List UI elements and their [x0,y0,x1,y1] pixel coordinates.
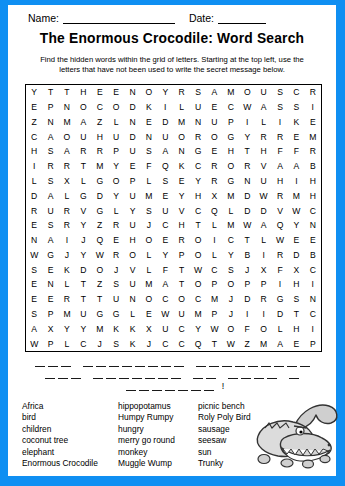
grid-cell-r4c8[interactable]: N [141,129,157,144]
grid-cell-r3c9[interactable]: D [157,115,173,130]
grid-cell-r8c7[interactable]: U [124,188,140,203]
grid-cell-r7c13[interactable]: G [223,174,239,189]
letter-blank[interactable] [261,358,271,367]
grid-cell-r9c3[interactable]: R [59,203,75,218]
letter-blank[interactable] [248,358,258,367]
grid-cell-r13c12[interactable]: C [206,262,222,277]
grid-cell-r18c13[interactable]: W [223,336,239,351]
grid-cell-r7c5[interactable]: G [92,174,108,189]
grid-cell-r2c8[interactable]: K [141,100,157,115]
grid-cell-r10c12[interactable]: L [206,218,222,233]
letter-blank[interactable] [287,358,297,367]
grid-cell-r7c3[interactable]: X [59,174,75,189]
grid-cell-r9c4[interactable]: V [75,203,91,218]
grid-cell-r9c10[interactable]: V [174,203,190,218]
grid-cell-r5c8[interactable]: S [141,144,157,159]
grid-cell-r18c10[interactable]: C [174,336,190,351]
grid-cell-r3c6[interactable]: L [108,115,124,130]
grid-cell-r17c14[interactable]: F [239,321,255,336]
grid-cell-r10c2[interactable]: S [42,218,58,233]
grid-cell-r7c10[interactable]: E [174,174,190,189]
grid-cell-r6c12[interactable]: R [206,159,222,174]
grid-cell-r15c18[interactable]: N [305,292,321,307]
grid-cell-r4c11[interactable]: R [190,129,206,144]
grid-cell-r7c17[interactable]: I [288,174,304,189]
grid-cell-r6c17[interactable]: A [288,159,304,174]
grid-cell-r4c17[interactable]: E [288,129,304,144]
letter-blank[interactable] [145,370,155,379]
grid-cell-r2c5[interactable]: C [92,100,108,115]
grid-cell-r4c6[interactable]: U [108,129,124,144]
grid-cell-r12c10[interactable]: P [174,248,190,263]
grid-cell-r12c3[interactable]: J [59,248,75,263]
grid-cell-r13c3[interactable]: K [59,262,75,277]
grid-cell-r1c2[interactable]: T [42,85,58,100]
grid-cell-r3c1[interactable]: Z [26,115,42,130]
grid-cell-r15c9[interactable]: C [157,292,173,307]
grid-cell-r1c12[interactable]: A [206,85,222,100]
grid-cell-r9c5[interactable]: G [92,203,108,218]
grid-cell-r4c14[interactable]: Y [239,129,255,144]
grid-cell-r4c1[interactable]: C [26,129,42,144]
grid-cell-r9c1[interactable]: R [26,203,42,218]
grid-cell-r2c11[interactable]: U [190,100,206,115]
grid-cell-r14c2[interactable]: N [42,277,58,292]
grid-cell-r1c15[interactable]: U [255,85,271,100]
grid-cell-r16c4[interactable]: U [75,307,91,322]
grid-cell-r10c8[interactable]: J [141,218,157,233]
grid-cell-r17c2[interactable]: X [42,321,58,336]
grid-cell-r6c10[interactable]: K [174,159,190,174]
grid-cell-r4c9[interactable]: U [157,129,173,144]
grid-cell-r10c6[interactable]: R [108,218,124,233]
grid-cell-r18c12[interactable]: T [206,336,222,351]
grid-cell-r12c13[interactable]: Y [223,248,239,263]
grid-cell-r12c7[interactable]: O [124,248,140,263]
grid-cell-r6c4[interactable]: T [75,159,91,174]
grid-cell-r9c17[interactable]: W [288,203,304,218]
letter-blank[interactable] [165,382,175,391]
grid-cell-r5c3[interactable]: A [59,144,75,159]
grid-cell-r13c2[interactable]: E [42,262,58,277]
grid-cell-r14c3[interactable]: L [59,277,75,292]
grid-cell-r14c8[interactable]: M [141,277,157,292]
grid-cell-r7c1[interactable]: L [26,174,42,189]
grid-cell-r16c16[interactable]: D [272,307,288,322]
grid-cell-r6c14[interactable]: R [239,159,255,174]
grid-cell-r11c9[interactable]: E [157,233,173,248]
grid-cell-r11c2[interactable]: A [42,233,58,248]
grid-cell-r13c18[interactable]: C [305,262,321,277]
grid-cell-r17c8[interactable]: X [141,321,157,336]
grid-cell-r1c13[interactable]: M [223,85,239,100]
grid-cell-r14c5[interactable]: Z [92,277,108,292]
grid-cell-r11c17[interactable]: E [288,233,304,248]
grid-cell-r8c1[interactable]: D [26,188,42,203]
grid-cell-r14c16[interactable]: I [272,277,288,292]
grid-cell-r10c4[interactable]: Y [75,218,91,233]
grid-cell-r1c10[interactable]: R [174,85,190,100]
grid-cell-r12c5[interactable]: W [92,248,108,263]
grid-cell-r9c14[interactable]: D [239,203,255,218]
grid-cell-r10c15[interactable]: A [255,218,271,233]
grid-cell-r15c15[interactable]: R [255,292,271,307]
grid-cell-r10c13[interactable]: M [223,218,239,233]
grid-cell-r1c11[interactable]: S [190,85,206,100]
grid-cell-r18c6[interactable]: S [108,336,124,351]
grid-cell-r16c3[interactable]: M [59,307,75,322]
grid-cell-r7c6[interactable]: O [108,174,124,189]
grid-cell-r16c1[interactable]: S [26,307,42,322]
grid-cell-r16c12[interactable]: P [206,307,222,322]
grid-cell-r12c4[interactable]: Y [75,248,91,263]
grid-cell-r5c14[interactable]: T [239,144,255,159]
grid-cell-r5c10[interactable]: N [174,144,190,159]
grid-cell-r2c7[interactable]: D [124,100,140,115]
grid-cell-r4c15[interactable]: R [255,129,271,144]
letter-blank[interactable] [228,370,238,379]
grid-cell-r3c15[interactable]: L [255,115,271,130]
grid-cell-r14c10[interactable]: T [174,277,190,292]
grid-cell-r10c9[interactable]: C [157,218,173,233]
grid-cell-r8c9[interactable]: E [157,188,173,203]
grid-cell-r5c9[interactable]: A [157,144,173,159]
grid-cell-r7c11[interactable]: Y [190,174,206,189]
letter-blank[interactable] [106,370,116,379]
grid-cell-r3c18[interactable]: E [305,115,321,130]
grid-cell-r10c14[interactable]: W [239,218,255,233]
letter-blank[interactable] [267,370,277,379]
grid-cell-r11c13[interactable]: C [223,233,239,248]
letter-blank[interactable] [152,382,162,391]
grid-cell-r1c4[interactable]: H [75,85,91,100]
grid-cell-r9c9[interactable]: U [157,203,173,218]
grid-cell-r5c15[interactable]: H [255,144,271,159]
grid-cell-r9c12[interactable]: Q [206,203,222,218]
grid-cell-r2c13[interactable]: C [223,100,239,115]
grid-cell-r17c3[interactable]: Y [59,321,75,336]
grid-cell-r11c4[interactable]: J [75,233,91,248]
grid-cell-r16c17[interactable]: T [288,307,304,322]
letter-blank[interactable] [109,358,119,367]
grid-cell-r18c17[interactable]: E [288,336,304,351]
grid-cell-r16c18[interactable]: C [305,307,321,322]
grid-cell-r2c18[interactable]: I [305,100,321,115]
grid-cell-r6c6[interactable]: Y [108,159,124,174]
grid-cell-r4c10[interactable]: O [174,129,190,144]
grid-cell-r17c12[interactable]: W [206,321,222,336]
grid-cell-r18c2[interactable]: P [42,336,58,351]
grid-cell-r7c12[interactable]: R [206,174,222,189]
grid-cell-r5c7[interactable]: U [124,144,140,159]
grid-cell-r3c4[interactable]: A [75,115,91,130]
grid-cell-r8c17[interactable]: M [288,188,304,203]
grid-cell-r8c4[interactable]: G [75,188,91,203]
grid-cell-r1c17[interactable]: C [288,85,304,100]
grid-cell-r13c5[interactable]: O [92,262,108,277]
grid-cell-r17c11[interactable]: Y [190,321,206,336]
grid-cell-r12c15[interactable]: I [255,248,271,263]
grid-cell-r15c16[interactable]: G [272,292,288,307]
grid-cell-r15c12[interactable]: M [206,292,222,307]
grid-cell-r12c14[interactable]: B [239,248,255,263]
grid-cell-r7c2[interactable]: S [42,174,58,189]
grid-cell-r4c13[interactable]: G [223,129,239,144]
grid-cell-r11c15[interactable]: L [255,233,271,248]
grid-cell-r15c14[interactable]: D [239,292,255,307]
grid-cell-r7c9[interactable]: S [157,174,173,189]
grid-cell-r17c4[interactable]: Y [75,321,91,336]
grid-cell-r12c1[interactable]: W [26,248,42,263]
grid-cell-r13c17[interactable]: X [288,262,304,277]
grid-cell-r1c9[interactable]: Y [157,85,173,100]
grid-cell-r10c5[interactable]: Z [92,218,108,233]
grid-cell-r14c6[interactable]: S [108,277,124,292]
grid-cell-r17c9[interactable]: U [157,321,173,336]
date-input-line[interactable] [218,12,266,24]
grid-cell-r13c7[interactable]: V [124,262,140,277]
grid-cell-r12c2[interactable]: G [42,248,58,263]
grid-cell-r18c8[interactable]: J [141,336,157,351]
grid-cell-r4c3[interactable]: O [59,129,75,144]
grid-cell-r7c15[interactable]: U [255,174,271,189]
grid-cell-r18c16[interactable]: A [272,336,288,351]
grid-cell-r7c7[interactable]: P [124,174,140,189]
grid-cell-r4c12[interactable]: O [206,129,222,144]
grid-cell-r11c10[interactable]: R [174,233,190,248]
grid-cell-r16c2[interactable]: P [42,307,58,322]
grid-cell-r6c16[interactable]: A [272,159,288,174]
grid-cell-r1c5[interactable]: E [92,85,108,100]
grid-cell-r13c6[interactable]: J [108,262,124,277]
grid-cell-r9c15[interactable]: D [255,203,271,218]
letter-blank[interactable] [135,358,145,367]
letter-blank[interactable] [83,358,93,367]
letter-blank[interactable] [191,382,201,391]
grid-cell-r12c8[interactable]: L [141,248,157,263]
grid-cell-r9c2[interactable]: U [42,203,58,218]
grid-cell-r5c16[interactable]: F [272,144,288,159]
grid-cell-r1c1[interactable]: Y [26,85,42,100]
grid-cell-r8c12[interactable]: X [206,188,222,203]
grid-cell-r6c18[interactable]: B [305,159,321,174]
grid-cell-r9c6[interactable]: L [108,203,124,218]
grid-cell-r18c18[interactable]: P [305,336,321,351]
grid-cell-r15c7[interactable]: N [124,292,140,307]
grid-cell-r1c7[interactable]: N [124,85,140,100]
grid-cell-r2c2[interactable]: P [42,100,58,115]
grid-cell-r12c16[interactable]: R [272,248,288,263]
grid-cell-r12c18[interactable]: B [305,248,321,263]
letter-blank[interactable] [222,358,232,367]
grid-cell-r18c1[interactable]: W [26,336,42,351]
letter-blank[interactable] [158,370,168,379]
grid-cell-r3c12[interactable]: U [206,115,222,130]
grid-cell-r16c11[interactable]: M [190,307,206,322]
grid-cell-r9c7[interactable]: Y [124,203,140,218]
grid-cell-r7c16[interactable]: H [272,174,288,189]
grid-cell-r11c1[interactable]: N [26,233,42,248]
grid-cell-r18c14[interactable]: Z [239,336,255,351]
grid-cell-r2c16[interactable]: S [272,100,288,115]
grid-cell-r11c14[interactable]: T [239,233,255,248]
grid-cell-r9c13[interactable]: L [223,203,239,218]
grid-cell-r7c8[interactable]: L [141,174,157,189]
letter-blank[interactable] [174,358,184,367]
grid-cell-r13c15[interactable]: X [255,262,271,277]
letter-blank[interactable] [206,370,216,379]
grid-cell-r13c14[interactable]: J [239,262,255,277]
grid-cell-r17c5[interactable]: M [92,321,108,336]
grid-cell-r15c13[interactable]: J [223,292,239,307]
grid-cell-r14c7[interactable]: U [124,277,140,292]
grid-cell-r3c3[interactable]: M [59,115,75,130]
grid-cell-r15c3[interactable]: R [59,292,75,307]
grid-cell-r10c17[interactable]: Y [288,218,304,233]
grid-cell-r18c15[interactable]: M [255,336,271,351]
letter-blank[interactable] [48,358,58,367]
grid-cell-r13c1[interactable]: S [26,262,42,277]
grid-cell-r11c6[interactable]: E [108,233,124,248]
grid-cell-r8c13[interactable]: M [223,188,239,203]
grid-cell-r2c12[interactable]: E [206,100,222,115]
grid-cell-r4c5[interactable]: H [92,129,108,144]
grid-cell-r18c5[interactable]: J [92,336,108,351]
grid-cell-r17c13[interactable]: O [223,321,239,336]
letter-blank[interactable] [254,370,264,379]
grid-cell-r8c11[interactable]: H [190,188,206,203]
grid-cell-r2c14[interactable]: W [239,100,255,115]
grid-cell-r6c1[interactable]: I [26,159,42,174]
letter-blank[interactable] [61,358,71,367]
grid-cell-r14c9[interactable]: A [157,277,173,292]
grid-cell-r16c10[interactable]: U [174,307,190,322]
letter-blank[interactable] [196,358,206,367]
letter-blank[interactable] [193,370,203,379]
grid-cell-r8c3[interactable]: L [59,188,75,203]
letter-blank[interactable] [126,382,136,391]
letter-blank[interactable] [289,370,299,379]
grid-cell-r3c7[interactable]: N [124,115,140,130]
letter-blank[interactable] [58,370,68,379]
grid-cell-r15c17[interactable]: S [288,292,304,307]
grid-cell-r6c15[interactable]: V [255,159,271,174]
grid-cell-r9c18[interactable]: C [305,203,321,218]
grid-cell-r2c10[interactable]: L [174,100,190,115]
grid-cell-r15c8[interactable]: O [141,292,157,307]
grid-cell-r10c16[interactable]: Q [272,218,288,233]
grid-cell-r5c4[interactable]: R [75,144,91,159]
letter-blank[interactable] [161,358,171,367]
grid-cell-r11c7[interactable]: H [124,233,140,248]
grid-cell-r8c10[interactable]: Y [174,188,190,203]
grid-cell-r18c11[interactable]: Q [190,336,206,351]
grid-cell-r10c10[interactable]: H [174,218,190,233]
grid-cell-r4c2[interactable]: A [42,129,58,144]
grid-cell-r16c13[interactable]: J [223,307,239,322]
grid-cell-r7c4[interactable]: L [75,174,91,189]
letter-blank[interactable] [300,358,310,367]
grid-cell-r11c16[interactable]: W [272,233,288,248]
grid-cell-r1c3[interactable]: T [59,85,75,100]
grid-cell-r5c11[interactable]: G [190,144,206,159]
grid-cell-r6c13[interactable]: O [223,159,239,174]
grid-cell-r6c2[interactable]: R [42,159,58,174]
grid-cell-r1c6[interactable]: E [108,85,124,100]
grid-cell-r3c11[interactable]: N [190,115,206,130]
grid-cell-r11c11[interactable]: O [190,233,206,248]
grid-cell-r5c17[interactable]: F [288,144,304,159]
grid-cell-r2c15[interactable]: A [255,100,271,115]
letter-blank[interactable] [93,370,103,379]
grid-cell-r14c12[interactable]: P [206,277,222,292]
grid-cell-r6c9[interactable]: Q [157,159,173,174]
letter-blank[interactable] [35,358,45,367]
grid-cell-r10c7[interactable]: U [124,218,140,233]
grid-cell-r15c4[interactable]: T [75,292,91,307]
grid-cell-r17c18[interactable]: I [305,321,321,336]
grid-cell-r1c18[interactable]: R [305,85,321,100]
grid-cell-r13c4[interactable]: D [75,262,91,277]
grid-cell-r12c11[interactable]: O [190,248,206,263]
grid-cell-r11c3[interactable]: I [59,233,75,248]
letter-blank[interactable] [274,358,284,367]
grid-cell-r16c6[interactable]: G [108,307,124,322]
grid-cell-r14c11[interactable]: O [190,277,206,292]
grid-cell-r12c12[interactable]: L [206,248,222,263]
grid-cell-r10c18[interactable]: N [305,218,321,233]
grid-cell-r14c14[interactable]: P [239,277,255,292]
letter-blank[interactable] [96,358,106,367]
grid-cell-r16c14[interactable]: I [239,307,255,322]
grid-cell-r17c16[interactable]: L [272,321,288,336]
grid-cell-r9c16[interactable]: V [272,203,288,218]
grid-cell-r5c5[interactable]: R [92,144,108,159]
letter-blank[interactable] [119,370,129,379]
letter-blank[interactable] [148,358,158,367]
grid-cell-r11c18[interactable]: E [305,233,321,248]
grid-cell-r15c2[interactable]: E [42,292,58,307]
grid-cell-r2c6[interactable]: O [108,100,124,115]
grid-cell-r1c8[interactable]: O [141,85,157,100]
grid-cell-r3c13[interactable]: P [223,115,239,130]
grid-cell-r9c8[interactable]: S [141,203,157,218]
grid-cell-r12c17[interactable]: D [288,248,304,263]
grid-cell-r5c13[interactable]: H [223,144,239,159]
grid-cell-r2c9[interactable]: I [157,100,173,115]
grid-cell-r4c18[interactable]: M [305,129,321,144]
letter-blank[interactable] [122,358,132,367]
grid-cell-r5c18[interactable]: R [305,144,321,159]
grid-cell-r15c1[interactable]: E [26,292,42,307]
grid-cell-r13c8[interactable]: L [141,262,157,277]
grid-cell-r11c8[interactable]: O [141,233,157,248]
grid-cell-r8c8[interactable]: M [141,188,157,203]
grid-cell-r9c11[interactable]: C [190,203,206,218]
letter-blank[interactable] [178,382,188,391]
letter-blank[interactable] [71,370,81,379]
grid-cell-r5c1[interactable]: H [26,144,42,159]
grid-cell-r8c15[interactable]: W [255,188,271,203]
grid-cell-r1c16[interactable]: S [272,85,288,100]
grid-cell-r17c6[interactable]: K [108,321,124,336]
grid-cell-r18c3[interactable]: L [59,336,75,351]
grid-cell-r4c4[interactable]: U [75,129,91,144]
grid-cell-r5c12[interactable]: E [206,144,222,159]
grid-cell-r8c6[interactable]: Y [108,188,124,203]
letter-blank[interactable] [204,382,214,391]
grid-cell-r15c5[interactable]: T [92,292,108,307]
